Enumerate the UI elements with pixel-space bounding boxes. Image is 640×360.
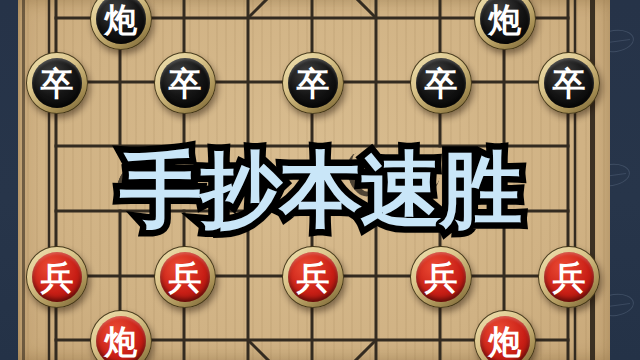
piece-glyph: 卒 — [425, 67, 458, 100]
piece-glyph: 兵 — [169, 261, 202, 294]
piece-red-cannon[interactable]: 炮 — [90, 310, 152, 360]
piece-glyph: 卒 — [169, 67, 202, 100]
piece-red-soldier[interactable]: 兵 — [538, 246, 600, 308]
piece-red-soldier[interactable]: 兵 — [410, 246, 472, 308]
pieces-layer: 炮炮卒卒卒卒卒兵兵兵兵兵炮炮 — [0, 0, 640, 360]
piece-glyph: 兵 — [553, 261, 586, 294]
piece-black-soldier[interactable]: 卒 — [410, 52, 472, 114]
piece-glyph: 炮 — [489, 325, 522, 358]
piece-black-cannon[interactable]: 炮 — [90, 0, 152, 50]
piece-glyph: 兵 — [41, 261, 74, 294]
piece-red-soldier[interactable]: 兵 — [282, 246, 344, 308]
piece-red-soldier[interactable]: 兵 — [154, 246, 216, 308]
piece-black-cannon[interactable]: 炮 — [474, 0, 536, 50]
piece-glyph: 炮 — [489, 3, 522, 36]
piece-black-soldier[interactable]: 卒 — [282, 52, 344, 114]
piece-glyph: 兵 — [425, 261, 458, 294]
piece-red-cannon[interactable]: 炮 — [474, 310, 536, 360]
piece-black-soldier[interactable]: 卒 — [26, 52, 88, 114]
piece-black-soldier[interactable]: 卒 — [154, 52, 216, 114]
piece-glyph: 卒 — [297, 67, 330, 100]
piece-glyph: 卒 — [553, 67, 586, 100]
piece-glyph: 兵 — [297, 261, 330, 294]
piece-black-soldier[interactable]: 卒 — [538, 52, 600, 114]
piece-glyph: 卒 — [41, 67, 74, 100]
piece-red-soldier[interactable]: 兵 — [26, 246, 88, 308]
video-frame: 炮炮卒卒卒卒卒兵兵兵兵兵炮炮 手抄本速胜 手抄本速胜 — [0, 0, 640, 360]
piece-glyph: 炮 — [105, 3, 138, 36]
piece-glyph: 炮 — [105, 325, 138, 358]
